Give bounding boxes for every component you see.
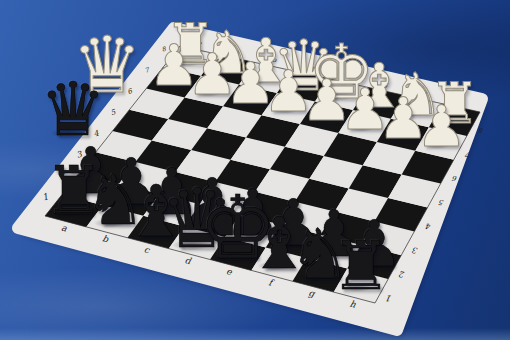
photo-scene: aabbccddeeffgghh1122334455667788 ♜♞♝♛♚♝♞…: [0, 0, 510, 340]
piece-white-pawn-h7[interactable]: ♟: [416, 99, 467, 156]
piece-black-rook-h1[interactable]: ♜: [331, 233, 391, 300]
